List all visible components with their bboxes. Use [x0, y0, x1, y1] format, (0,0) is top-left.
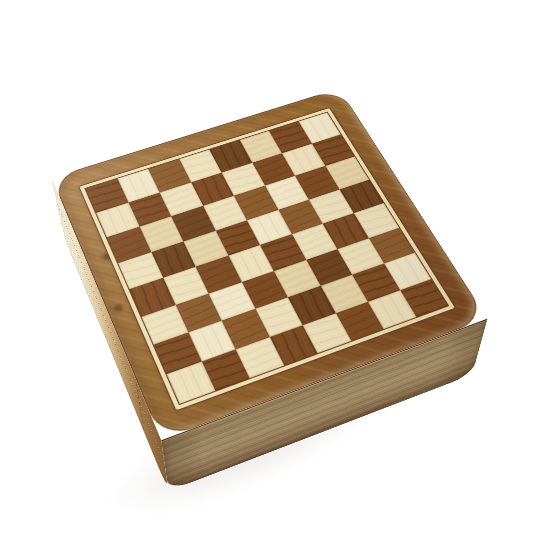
- chess-box: [52, 88, 488, 440]
- product-photo: [0, 0, 555, 554]
